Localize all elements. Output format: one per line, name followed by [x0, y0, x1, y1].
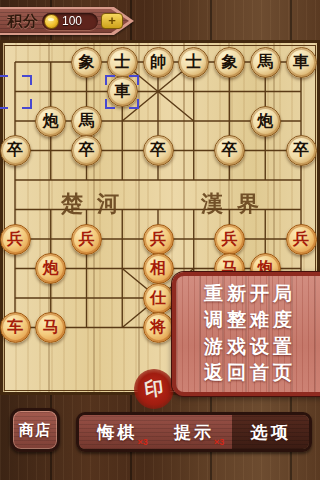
- piece-black-r2c2[interactable]: 馬: [71, 106, 102, 137]
- game-screen: 积分 100 + 楚河 漢界 象士帥士象馬車車炮馬炮卒卒卒卒卒兵兵兵兵兵炮相马炮…: [0, 0, 320, 480]
- piece-red-r6c6[interactable]: 兵: [214, 224, 245, 255]
- piece-black-r2c7[interactable]: 炮: [250, 106, 281, 137]
- piece-red-r8c4[interactable]: 仕: [143, 283, 174, 314]
- piece-black-r3c6[interactable]: 卒: [214, 135, 245, 166]
- piece-red-r6c4[interactable]: 兵: [143, 224, 174, 255]
- hint-label: 提示: [174, 421, 214, 444]
- piece-black-r0c4[interactable]: 帥: [143, 47, 174, 78]
- piece-red-r7c4[interactable]: 相: [143, 253, 174, 284]
- undo-label: 悔棋: [97, 421, 137, 444]
- gold-coin-icon: [44, 14, 59, 29]
- piece-red-r9c4[interactable]: 将: [143, 312, 174, 343]
- piece-black-r3c2[interactable]: 卒: [71, 135, 102, 166]
- hint-button[interactable]: 提示 ×3: [156, 415, 233, 449]
- river-label-left: 楚河: [61, 189, 133, 219]
- piece-black-r1c3[interactable]: 車: [107, 76, 138, 107]
- add-coins-button[interactable]: +: [101, 13, 123, 29]
- undo-count-badge: ×3: [137, 437, 147, 447]
- menu-item-home[interactable]: 返回首页: [176, 361, 320, 385]
- piece-black-r0c5[interactable]: 士: [178, 47, 209, 78]
- coin-pill: 100: [42, 13, 98, 30]
- piece-black-r0c3[interactable]: 士: [107, 47, 138, 78]
- menu-item-difficulty[interactable]: 调整难度: [176, 308, 320, 332]
- hint-count-badge: ×3: [214, 437, 224, 447]
- piece-black-r3c4[interactable]: 卒: [143, 135, 174, 166]
- score-label: 积分: [7, 12, 39, 31]
- action-bar: 悔棋 ×3 提示 ×3 选项: [76, 412, 312, 452]
- score-banner: 积分 100 +: [0, 7, 136, 35]
- menu-item-settings[interactable]: 游戏设置: [176, 335, 320, 359]
- undo-button[interactable]: 悔棋 ×3: [79, 415, 156, 449]
- piece-black-r0c8[interactable]: 車: [286, 47, 317, 78]
- piece-black-r0c2[interactable]: 象: [71, 47, 102, 78]
- shop-button[interactable]: 商店: [10, 408, 60, 452]
- piece-black-r0c6[interactable]: 象: [214, 47, 245, 78]
- piece-red-r6c2[interactable]: 兵: [71, 224, 102, 255]
- piece-black-r3c0[interactable]: 卒: [0, 135, 31, 166]
- options-button[interactable]: 选项: [232, 415, 309, 449]
- piece-black-r0c7[interactable]: 馬: [250, 47, 281, 78]
- seal-glyph: 印: [143, 375, 165, 403]
- piece-black-r2c1[interactable]: 炮: [35, 106, 66, 137]
- piece-black-r3c8[interactable]: 卒: [286, 135, 317, 166]
- piece-red-r6c0[interactable]: 兵: [0, 224, 31, 255]
- menu-item-restart[interactable]: 重新开局: [176, 282, 320, 306]
- options-label: 选项: [251, 421, 291, 444]
- game-menu: 重新开局 调整难度 游戏设置 返回首页: [172, 272, 320, 396]
- piece-red-r6c8[interactable]: 兵: [286, 224, 317, 255]
- piece-red-r9c0[interactable]: 车: [0, 312, 31, 343]
- coin-amount: 100: [62, 14, 82, 28]
- river-label-right: 漢界: [201, 189, 273, 219]
